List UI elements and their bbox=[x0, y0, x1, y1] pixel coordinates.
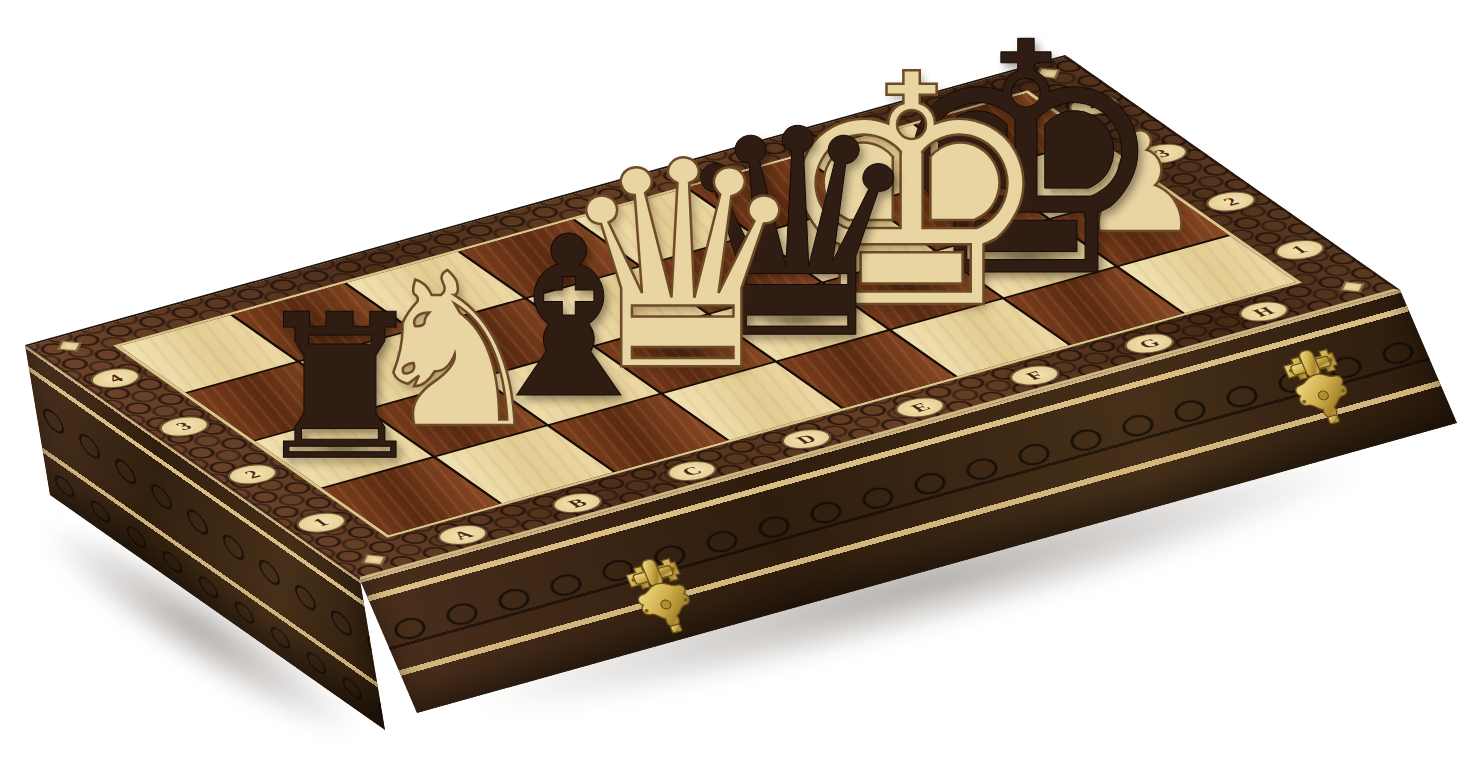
file-label-a: A bbox=[430, 521, 497, 549]
rail-corner-diamond bbox=[1340, 281, 1365, 292]
file-label-h: H bbox=[1230, 298, 1297, 326]
file-label-c: C bbox=[658, 457, 725, 485]
rank-label-left-4: 4 bbox=[82, 364, 149, 392]
brass-latch-icon bbox=[1273, 336, 1364, 433]
brass-latch-icon bbox=[616, 545, 707, 642]
rank-label-right-1: 1 bbox=[1266, 236, 1333, 264]
rank-label-left-3: 3 bbox=[151, 412, 218, 440]
piece-glyph-rook: ♜ bbox=[250, 288, 429, 488]
product-photo-chess-box: ABCDEFGH12341234 ♜♞♝♛♛♚♚♟ bbox=[0, 0, 1469, 779]
rank-label-right-2: 2 bbox=[1198, 188, 1265, 216]
rank-label-left-1: 1 bbox=[288, 509, 355, 537]
rail-corner-diamond bbox=[57, 340, 82, 351]
file-label-b: B bbox=[544, 489, 611, 517]
rail-corner-diamond bbox=[362, 554, 387, 565]
